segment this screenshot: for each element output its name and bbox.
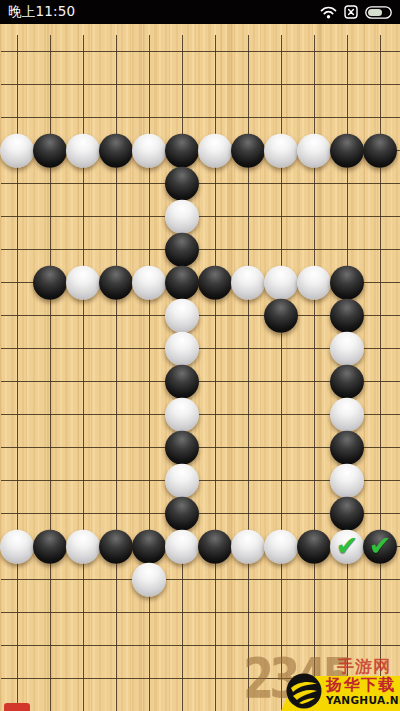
- board-cell[interactable]: [166, 629, 199, 662]
- board-cell[interactable]: [67, 101, 100, 134]
- board-cell[interactable]: [133, 167, 166, 200]
- board-cell[interactable]: [199, 695, 232, 711]
- board-cell[interactable]: [364, 332, 397, 365]
- board-cell[interactable]: [331, 233, 364, 266]
- board-cell[interactable]: [298, 68, 331, 101]
- board-cell[interactable]: [199, 167, 232, 200]
- board-cell[interactable]: [166, 563, 199, 596]
- white-stone: ○: [330, 332, 364, 366]
- black-stone: ●: [165, 167, 199, 201]
- board-cell[interactable]: [331, 101, 364, 134]
- board-cell[interactable]: ○: [1, 530, 34, 563]
- board-cell[interactable]: ○: [133, 563, 166, 596]
- board-cell[interactable]: [364, 497, 397, 530]
- board-cell[interactable]: [133, 662, 166, 695]
- board-cell[interactable]: [100, 68, 133, 101]
- board-cell[interactable]: [265, 464, 298, 497]
- board-cell[interactable]: [265, 167, 298, 200]
- board-cell[interactable]: [100, 563, 133, 596]
- board-cell[interactable]: [100, 464, 133, 497]
- board-cell[interactable]: [133, 464, 166, 497]
- board-cell[interactable]: [34, 629, 67, 662]
- black-stone: ●: [165, 266, 199, 300]
- board-cell[interactable]: [397, 167, 400, 200]
- board-cell[interactable]: [1, 332, 34, 365]
- board-cell[interactable]: [232, 200, 265, 233]
- board-cell[interactable]: ○: [265, 530, 298, 563]
- board-cell[interactable]: [397, 398, 400, 431]
- board-cell[interactable]: [133, 233, 166, 266]
- board-cell[interactable]: [199, 200, 232, 233]
- board-cell[interactable]: [1, 398, 34, 431]
- board-cell[interactable]: [100, 497, 133, 530]
- board-cell[interactable]: [364, 299, 397, 332]
- board-cell[interactable]: [397, 431, 400, 464]
- board-cell[interactable]: [1, 497, 34, 530]
- board-cell[interactable]: ○: [67, 530, 100, 563]
- black-stone: ●: [99, 134, 133, 168]
- board-cell[interactable]: [133, 695, 166, 711]
- board-cell[interactable]: [1, 464, 34, 497]
- board-cell[interactable]: [100, 233, 133, 266]
- board-cell[interactable]: [364, 596, 397, 629]
- board-cell[interactable]: [265, 431, 298, 464]
- board-cell[interactable]: [67, 68, 100, 101]
- board-cell[interactable]: [34, 332, 67, 365]
- board-cell[interactable]: [133, 365, 166, 398]
- board-cell[interactable]: [1, 662, 34, 695]
- white-stone: ○: [132, 266, 166, 300]
- board-cell[interactable]: [199, 464, 232, 497]
- board-cell[interactable]: [166, 596, 199, 629]
- board-cell[interactable]: [397, 266, 400, 299]
- board-cell[interactable]: [1, 167, 34, 200]
- white-stone: ○: [165, 464, 199, 498]
- board-cell[interactable]: [199, 365, 232, 398]
- board-cell[interactable]: [265, 233, 298, 266]
- board-cell[interactable]: [232, 35, 265, 68]
- board-cell[interactable]: [34, 35, 67, 68]
- black-stone: ●: [33, 134, 67, 168]
- board-cell[interactable]: [199, 299, 232, 332]
- board-cell[interactable]: [364, 266, 397, 299]
- board-cell[interactable]: [34, 563, 67, 596]
- board-cell[interactable]: [34, 101, 67, 134]
- board-cell[interactable]: [298, 233, 331, 266]
- board-cell[interactable]: [364, 200, 397, 233]
- board-cell[interactable]: [397, 464, 400, 497]
- board-cell[interactable]: [397, 596, 400, 629]
- board-cell[interactable]: [100, 101, 133, 134]
- board-cell[interactable]: [298, 167, 331, 200]
- board-cell[interactable]: ○: [166, 299, 199, 332]
- board-cell[interactable]: [364, 398, 397, 431]
- board-cell[interactable]: [34, 233, 67, 266]
- board-cell[interactable]: [166, 662, 199, 695]
- board-cell[interactable]: [100, 167, 133, 200]
- board-cell[interactable]: [166, 68, 199, 101]
- board-cell[interactable]: ●: [166, 167, 199, 200]
- board-cell[interactable]: ○: [166, 530, 199, 563]
- board-cell[interactable]: [199, 662, 232, 695]
- board-cell[interactable]: ○: [166, 464, 199, 497]
- black-stone: ●: [264, 299, 298, 333]
- board-cell[interactable]: ●: [331, 266, 364, 299]
- board-cell[interactable]: [67, 299, 100, 332]
- board-cell[interactable]: [232, 398, 265, 431]
- badge-text: 扬华下载 YANGHUA.NET: [326, 677, 400, 706]
- board-cell[interactable]: ●: [34, 266, 67, 299]
- board-cell[interactable]: [133, 35, 166, 68]
- board-cell[interactable]: [100, 332, 133, 365]
- no-sim-icon: [344, 5, 358, 19]
- board-cell[interactable]: [232, 68, 265, 101]
- board-cell[interactable]: [364, 101, 397, 134]
- board-cell[interactable]: [298, 563, 331, 596]
- board-cell[interactable]: [199, 332, 232, 365]
- board-cell[interactable]: [199, 101, 232, 134]
- board-cell[interactable]: [100, 365, 133, 398]
- board-cell[interactable]: [67, 200, 100, 233]
- board-cell[interactable]: [1, 365, 34, 398]
- board-cell[interactable]: [265, 398, 298, 431]
- board-cell[interactable]: ●: [298, 530, 331, 563]
- board-cell[interactable]: ●: [133, 530, 166, 563]
- board-cell[interactable]: [232, 332, 265, 365]
- board-cell[interactable]: [34, 431, 67, 464]
- board-cell[interactable]: [67, 464, 100, 497]
- board-cell[interactable]: [232, 563, 265, 596]
- board-cell[interactable]: [265, 68, 298, 101]
- black-stone: ●: [330, 299, 364, 333]
- board-cell[interactable]: [298, 35, 331, 68]
- board-cell[interactable]: [364, 365, 397, 398]
- board-cell[interactable]: [67, 563, 100, 596]
- board-cell[interactable]: [1, 68, 34, 101]
- board-cell[interactable]: [1, 101, 34, 134]
- board-cell[interactable]: [67, 35, 100, 68]
- status-bar: 晚上11:50: [0, 0, 400, 24]
- board-cell[interactable]: [34, 299, 67, 332]
- board-cell[interactable]: [397, 530, 400, 563]
- board-cell[interactable]: ●: [100, 266, 133, 299]
- board-cell[interactable]: ○: [232, 266, 265, 299]
- board-cell[interactable]: ○: [331, 464, 364, 497]
- board-cell[interactable]: [331, 68, 364, 101]
- board-cell[interactable]: [364, 563, 397, 596]
- board-cell[interactable]: [397, 365, 400, 398]
- board-cell[interactable]: [1, 233, 34, 266]
- board-cell[interactable]: [397, 101, 400, 134]
- board-cell[interactable]: [34, 365, 67, 398]
- board-cell[interactable]: [298, 596, 331, 629]
- white-stone: ○: [66, 266, 100, 300]
- board-cell[interactable]: [67, 398, 100, 431]
- board-cell[interactable]: [199, 596, 232, 629]
- board-cell[interactable]: [100, 431, 133, 464]
- board-cell[interactable]: [232, 365, 265, 398]
- board-cell[interactable]: [100, 662, 133, 695]
- board-cell[interactable]: [67, 629, 100, 662]
- board-cell[interactable]: ○: [331, 332, 364, 365]
- board-cell[interactable]: [133, 497, 166, 530]
- board-cell[interactable]: ●: [166, 431, 199, 464]
- board-cell[interactable]: ●: [364, 134, 397, 167]
- board-cell[interactable]: [397, 233, 400, 266]
- board-cell[interactable]: ○: [232, 530, 265, 563]
- board-cell[interactable]: [100, 299, 133, 332]
- board-cell[interactable]: [265, 365, 298, 398]
- board-cell[interactable]: [1, 35, 34, 68]
- board-cell[interactable]: [397, 563, 400, 596]
- board-cell[interactable]: ○: [133, 134, 166, 167]
- board-cell[interactable]: [265, 200, 298, 233]
- board-cell[interactable]: ○: [1, 134, 34, 167]
- board-grid: ○●○●○●○●○○●●●○●●○●○●●○○○●○●●○○●●○○●●○○●●…: [1, 35, 400, 711]
- board-cell[interactable]: [67, 167, 100, 200]
- board-cell[interactable]: [364, 167, 397, 200]
- board-cell[interactable]: [265, 497, 298, 530]
- board-cell[interactable]: [298, 431, 331, 464]
- board-cell[interactable]: ○: [67, 134, 100, 167]
- board-cell[interactable]: ○: [265, 134, 298, 167]
- board-cell[interactable]: [67, 596, 100, 629]
- black-stone: ●: [99, 266, 133, 300]
- board-cell[interactable]: [397, 332, 400, 365]
- board-cell[interactable]: [34, 464, 67, 497]
- board-cell[interactable]: [100, 200, 133, 233]
- check-icon: ✔: [336, 530, 359, 561]
- board-cell[interactable]: ●: [265, 299, 298, 332]
- board-cell[interactable]: [100, 695, 133, 711]
- board-cell[interactable]: [232, 464, 265, 497]
- board-cell[interactable]: ●: [166, 134, 199, 167]
- board-cell[interactable]: ●: [331, 134, 364, 167]
- white-stone: ○: [165, 200, 199, 234]
- board-cell[interactable]: ●✔: [364, 530, 397, 563]
- board-cell[interactable]: [331, 167, 364, 200]
- board-cell[interactable]: [364, 464, 397, 497]
- board-cell[interactable]: [34, 167, 67, 200]
- board-cell[interactable]: [265, 101, 298, 134]
- board-cell[interactable]: [1, 299, 34, 332]
- board-cell[interactable]: [298, 200, 331, 233]
- board-cell[interactable]: ●: [166, 266, 199, 299]
- black-stone: ●: [330, 266, 364, 300]
- board-cell[interactable]: [34, 398, 67, 431]
- board-cell[interactable]: [397, 200, 400, 233]
- white-stone: ○: [297, 266, 331, 300]
- white-stone: ○: [165, 332, 199, 366]
- board-cell[interactable]: ●: [331, 299, 364, 332]
- board-cell[interactable]: [199, 629, 232, 662]
- board-cell[interactable]: [397, 629, 400, 662]
- board-cell[interactable]: [34, 497, 67, 530]
- board-cell[interactable]: [298, 299, 331, 332]
- white-stone: ○: [165, 299, 199, 333]
- board-cell[interactable]: ●: [34, 530, 67, 563]
- board-cell[interactable]: [1, 563, 34, 596]
- board-cell[interactable]: ●: [34, 134, 67, 167]
- board-cell[interactable]: [133, 431, 166, 464]
- board-cell[interactable]: ●: [166, 497, 199, 530]
- board-cell[interactable]: [364, 35, 397, 68]
- black-stone: ●: [231, 134, 265, 168]
- board-cell[interactable]: ●: [331, 497, 364, 530]
- board-cell[interactable]: [34, 596, 67, 629]
- board-cell[interactable]: [100, 398, 133, 431]
- board-cell[interactable]: [133, 332, 166, 365]
- board-cell[interactable]: [67, 332, 100, 365]
- board-cell[interactable]: [397, 299, 400, 332]
- board-cell[interactable]: [232, 299, 265, 332]
- board-cell[interactable]: [67, 695, 100, 711]
- black-stone: ●: [330, 497, 364, 531]
- board-cell[interactable]: [199, 35, 232, 68]
- board-cell[interactable]: [298, 365, 331, 398]
- black-stone: ●: [363, 134, 397, 168]
- board-cell[interactable]: [331, 35, 364, 68]
- black-stone: ●: [33, 530, 67, 564]
- badge-title: 扬华下载: [326, 677, 400, 693]
- badge-domain: YANGHUA.NET: [326, 695, 400, 706]
- board-cell[interactable]: [67, 233, 100, 266]
- board-cell[interactable]: [67, 431, 100, 464]
- board-cell[interactable]: [1, 431, 34, 464]
- board-cell[interactable]: [397, 134, 400, 167]
- board-cell[interactable]: ○: [298, 266, 331, 299]
- board-cell[interactable]: ●: [199, 530, 232, 563]
- board-cell[interactable]: ●: [100, 530, 133, 563]
- board-cell[interactable]: [133, 596, 166, 629]
- status-icons: [320, 5, 392, 19]
- board-cell[interactable]: [397, 497, 400, 530]
- board-cell[interactable]: ●: [166, 365, 199, 398]
- battery-icon: [365, 6, 392, 19]
- board-cell[interactable]: [298, 464, 331, 497]
- black-stone: ●: [99, 530, 133, 564]
- board-cell[interactable]: [298, 398, 331, 431]
- board-cell[interactable]: ○: [166, 200, 199, 233]
- white-stone: ○: [297, 134, 331, 168]
- board-cell[interactable]: [265, 332, 298, 365]
- board-cell[interactable]: [166, 35, 199, 68]
- board-cell[interactable]: [133, 200, 166, 233]
- board-cell[interactable]: [133, 68, 166, 101]
- black-stone: ●✔: [363, 530, 397, 564]
- board-cell[interactable]: ●: [199, 266, 232, 299]
- board-cell[interactable]: [166, 695, 199, 711]
- black-stone: ●: [198, 266, 232, 300]
- board-cell[interactable]: [199, 563, 232, 596]
- board-cell[interactable]: [199, 431, 232, 464]
- black-stone: ●: [165, 431, 199, 465]
- board-cell[interactable]: [133, 299, 166, 332]
- board-cell[interactable]: [397, 68, 400, 101]
- board-cell[interactable]: ○: [265, 266, 298, 299]
- board-cell[interactable]: ○: [67, 266, 100, 299]
- board-cell[interactable]: [331, 563, 364, 596]
- white-stone: ○: [0, 134, 34, 168]
- board-cell[interactable]: ●: [331, 365, 364, 398]
- board-cell[interactable]: [364, 233, 397, 266]
- board-cell[interactable]: [265, 596, 298, 629]
- black-stone: ●: [330, 365, 364, 399]
- board-cell[interactable]: [298, 497, 331, 530]
- board-cell[interactable]: ○: [298, 134, 331, 167]
- board-cell[interactable]: [199, 68, 232, 101]
- black-stone: ●: [297, 530, 331, 564]
- wifi-icon: [320, 6, 337, 19]
- board-cell[interactable]: [100, 629, 133, 662]
- board-cell[interactable]: [166, 101, 199, 134]
- white-stone: ○: [66, 134, 100, 168]
- board-cell[interactable]: [265, 563, 298, 596]
- board-cell[interactable]: [232, 233, 265, 266]
- board-cell[interactable]: ○: [199, 134, 232, 167]
- board-cell[interactable]: [331, 596, 364, 629]
- board-cell[interactable]: [1, 629, 34, 662]
- board-cell[interactable]: [100, 35, 133, 68]
- board-cell[interactable]: [232, 431, 265, 464]
- board-cell[interactable]: [232, 497, 265, 530]
- board-cell[interactable]: [133, 398, 166, 431]
- board-cell[interactable]: [67, 497, 100, 530]
- board-cell[interactable]: [397, 35, 400, 68]
- board-cell[interactable]: ○: [331, 398, 364, 431]
- board-cell[interactable]: ○: [133, 266, 166, 299]
- board-cell[interactable]: [364, 431, 397, 464]
- board-cell[interactable]: ○: [166, 332, 199, 365]
- board-cell[interactable]: [199, 497, 232, 530]
- board-cell[interactable]: ●: [331, 431, 364, 464]
- board-cell[interactable]: [67, 365, 100, 398]
- white-stone: ○✔: [330, 530, 364, 564]
- board-cell[interactable]: [298, 101, 331, 134]
- board-cell[interactable]: [1, 266, 34, 299]
- board-cell[interactable]: [265, 35, 298, 68]
- board-cell[interactable]: [34, 695, 67, 711]
- board-cell[interactable]: [331, 200, 364, 233]
- board-cell[interactable]: ○: [166, 398, 199, 431]
- board-cell[interactable]: [1, 200, 34, 233]
- board-cell[interactable]: [34, 68, 67, 101]
- board-cell[interactable]: [67, 662, 100, 695]
- board-cell[interactable]: [199, 233, 232, 266]
- white-stone: ○: [0, 530, 34, 564]
- board-cell[interactable]: [34, 662, 67, 695]
- board-cell[interactable]: [298, 332, 331, 365]
- board-cell[interactable]: [364, 68, 397, 101]
- board-cell[interactable]: ●: [232, 134, 265, 167]
- board-cell[interactable]: [133, 101, 166, 134]
- board-cell[interactable]: [232, 167, 265, 200]
- board-cell[interactable]: [133, 629, 166, 662]
- board-cell[interactable]: ●: [166, 233, 199, 266]
- board-cell[interactable]: [199, 398, 232, 431]
- board-cell[interactable]: [100, 596, 133, 629]
- board-cell[interactable]: [232, 596, 265, 629]
- check-icon: ✔: [369, 530, 392, 561]
- black-stone: ●: [330, 134, 364, 168]
- board-cell[interactable]: [1, 596, 34, 629]
- board-cell[interactable]: ○✔: [331, 530, 364, 563]
- board-cell[interactable]: [34, 200, 67, 233]
- board-cell[interactable]: ●: [100, 134, 133, 167]
- black-stone: ●: [33, 266, 67, 300]
- white-stone: ○: [330, 398, 364, 432]
- board-cell[interactable]: [232, 101, 265, 134]
